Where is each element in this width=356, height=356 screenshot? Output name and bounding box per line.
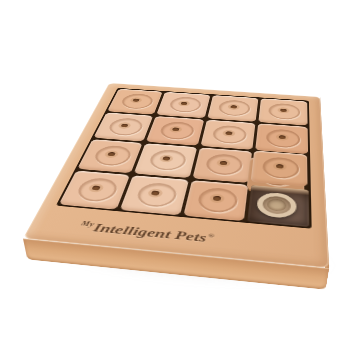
cell-r2c2[interactable] bbox=[146, 116, 204, 146]
tile-center-hole bbox=[163, 156, 171, 160]
tile-center-hole bbox=[276, 164, 283, 169]
slider-tile[interactable] bbox=[77, 139, 142, 173]
cell-r3c4[interactable] bbox=[251, 152, 308, 188]
slider-tile[interactable] bbox=[157, 92, 210, 118]
cell-r3c2[interactable] bbox=[134, 143, 197, 177]
open-treat-compartment bbox=[247, 185, 309, 227]
slider-tile[interactable] bbox=[134, 143, 197, 177]
product-photo-stage: MyIntelligent Pets® bbox=[0, 0, 356, 356]
tile-center-hole bbox=[272, 171, 280, 176]
cell-r4c3[interactable] bbox=[183, 180, 248, 221]
tile-groove-ring bbox=[258, 163, 296, 187]
tile-groove-ring bbox=[134, 181, 179, 207]
slider-tile[interactable] bbox=[93, 112, 153, 141]
slider-tile[interactable] bbox=[59, 170, 131, 209]
tile-center-hole bbox=[151, 190, 160, 195]
slider-tile[interactable] bbox=[192, 147, 252, 182]
tile-groove-ring bbox=[262, 156, 299, 179]
slider-tile[interactable] bbox=[246, 157, 304, 194]
slider-tile[interactable] bbox=[200, 119, 255, 149]
treat-cup bbox=[256, 191, 297, 219]
tile-center-hole bbox=[279, 135, 286, 139]
slider-tile[interactable] bbox=[258, 98, 307, 125]
tile-center-hole bbox=[280, 109, 286, 113]
scene: MyIntelligent Pets® bbox=[0, 0, 356, 356]
cell-r1c2[interactable] bbox=[157, 92, 210, 118]
slider-tile[interactable] bbox=[250, 151, 307, 187]
cell-r4c1[interactable] bbox=[59, 170, 131, 209]
brand-logo-registered-mark: ® bbox=[208, 232, 216, 239]
tile-groove-ring bbox=[196, 186, 239, 213]
tile-center-hole bbox=[92, 185, 101, 190]
slider-tile[interactable] bbox=[207, 95, 258, 121]
tile-groove-ring bbox=[73, 177, 120, 203]
cell-r1c3[interactable] bbox=[207, 95, 258, 121]
tile-groove-ring bbox=[204, 153, 243, 176]
brand-logo: MyIntelligent Pets® bbox=[77, 220, 215, 246]
cell-r2c1[interactable] bbox=[93, 112, 153, 141]
slider-tile[interactable] bbox=[107, 89, 163, 115]
slider-tile[interactable] bbox=[255, 123, 308, 154]
tile-center-hole bbox=[230, 105, 237, 108]
cell-r1c4[interactable] bbox=[258, 98, 307, 125]
board-frame-top: MyIntelligent Pets® bbox=[23, 83, 329, 268]
cell-r1c1[interactable] bbox=[107, 89, 163, 115]
cell-r2c3[interactable] bbox=[200, 119, 255, 149]
cell-r3c3[interactable] bbox=[192, 147, 252, 182]
puzzle-grid bbox=[56, 88, 312, 229]
tile-center-hole bbox=[219, 161, 227, 166]
slider-tile[interactable] bbox=[146, 116, 204, 146]
treat-cup-bowl bbox=[266, 198, 286, 212]
puzzle-board: MyIntelligent Pets® bbox=[23, 83, 329, 268]
tile-center-hole bbox=[225, 131, 232, 135]
tile-center-hole bbox=[212, 195, 221, 200]
tile-groove-ring bbox=[147, 149, 188, 172]
slider-tile[interactable] bbox=[183, 180, 248, 221]
cell-r3c1[interactable] bbox=[77, 139, 142, 173]
slider-tile[interactable] bbox=[120, 175, 188, 215]
brand-logo-name: Intelligent Pets bbox=[91, 221, 207, 244]
cell-r4c2[interactable] bbox=[120, 175, 188, 215]
cell-r2c4[interactable] bbox=[255, 123, 308, 154]
brand-logo-prefix: My bbox=[80, 220, 95, 228]
